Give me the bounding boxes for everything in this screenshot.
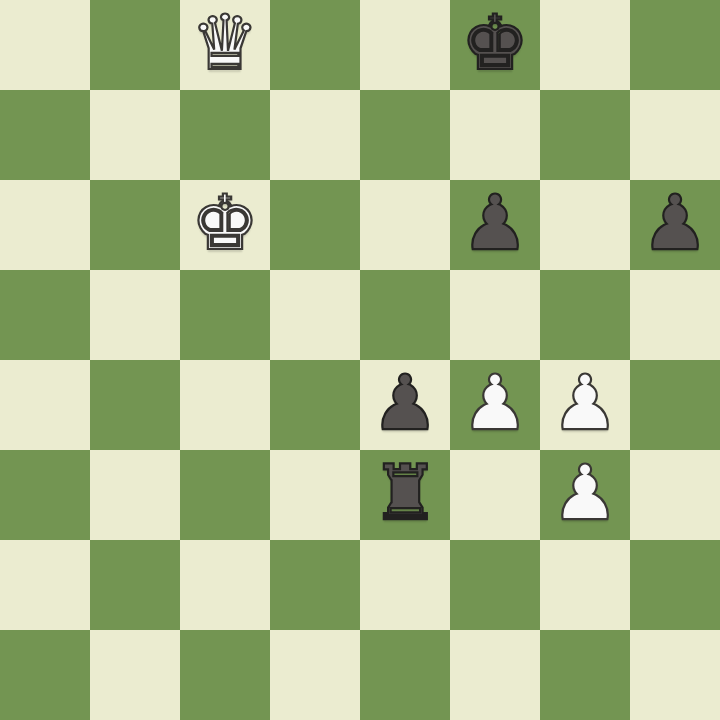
black-rook[interactable]: ♜ (371, 448, 439, 538)
square-d6[interactable] (270, 180, 360, 270)
square-g7[interactable] (540, 90, 630, 180)
square-b7[interactable] (90, 90, 180, 180)
square-f7[interactable] (450, 90, 540, 180)
square-g1[interactable] (540, 630, 630, 720)
square-h8[interactable] (630, 0, 720, 90)
square-c3[interactable] (180, 450, 270, 540)
square-h3[interactable] (630, 450, 720, 540)
white-queen[interactable]: ♛ (191, 0, 259, 88)
square-h4[interactable] (630, 360, 720, 450)
square-a7[interactable] (0, 90, 90, 180)
square-f4[interactable]: ♟ (450, 360, 540, 450)
black-king[interactable]: ♚ (461, 0, 529, 88)
square-e7[interactable] (360, 90, 450, 180)
square-f2[interactable] (450, 540, 540, 630)
square-f5[interactable] (450, 270, 540, 360)
black-pawn-h6[interactable]: ♟ (641, 178, 709, 268)
square-f6[interactable]: ♟ (450, 180, 540, 270)
square-c1[interactable] (180, 630, 270, 720)
white-king[interactable]: ♚ (191, 178, 259, 268)
square-a4[interactable] (0, 360, 90, 450)
square-e6[interactable] (360, 180, 450, 270)
square-e2[interactable] (360, 540, 450, 630)
square-g5[interactable] (540, 270, 630, 360)
white-pawn-f4[interactable]: ♟ (461, 358, 529, 448)
square-g8[interactable] (540, 0, 630, 90)
square-d3[interactable] (270, 450, 360, 540)
square-f3[interactable] (450, 450, 540, 540)
square-a3[interactable] (0, 450, 90, 540)
square-c7[interactable] (180, 90, 270, 180)
square-c4[interactable] (180, 360, 270, 450)
square-e3[interactable]: ♜ (360, 450, 450, 540)
square-b5[interactable] (90, 270, 180, 360)
square-e8[interactable] (360, 0, 450, 90)
white-pawn-g4[interactable]: ♟ (551, 358, 619, 448)
square-f1[interactable] (450, 630, 540, 720)
white-pawn-g3[interactable]: ♟ (551, 448, 619, 538)
square-b2[interactable] (90, 540, 180, 630)
square-b4[interactable] (90, 360, 180, 450)
square-d8[interactable] (270, 0, 360, 90)
square-h5[interactable] (630, 270, 720, 360)
square-d2[interactable] (270, 540, 360, 630)
black-pawn-e4[interactable]: ♟ (371, 358, 439, 448)
square-b8[interactable] (90, 0, 180, 90)
square-b6[interactable] (90, 180, 180, 270)
chess-board: ♛♚♚♟♟♟♟♟♜♟ (0, 0, 720, 720)
black-pawn-f6[interactable]: ♟ (461, 178, 529, 268)
square-g2[interactable] (540, 540, 630, 630)
square-a8[interactable] (0, 0, 90, 90)
square-c6[interactable]: ♚ (180, 180, 270, 270)
square-c8[interactable]: ♛ (180, 0, 270, 90)
square-a5[interactable] (0, 270, 90, 360)
square-d1[interactable] (270, 630, 360, 720)
square-g6[interactable] (540, 180, 630, 270)
square-b1[interactable] (90, 630, 180, 720)
square-h6[interactable]: ♟ (630, 180, 720, 270)
square-e5[interactable] (360, 270, 450, 360)
square-g4[interactable]: ♟ (540, 360, 630, 450)
square-h2[interactable] (630, 540, 720, 630)
square-d7[interactable] (270, 90, 360, 180)
square-b3[interactable] (90, 450, 180, 540)
square-h7[interactable] (630, 90, 720, 180)
square-f8[interactable]: ♚ (450, 0, 540, 90)
square-d4[interactable] (270, 360, 360, 450)
square-h1[interactable] (630, 630, 720, 720)
square-c2[interactable] (180, 540, 270, 630)
square-a1[interactable] (0, 630, 90, 720)
square-e1[interactable] (360, 630, 450, 720)
square-g3[interactable]: ♟ (540, 450, 630, 540)
square-a2[interactable] (0, 540, 90, 630)
square-a6[interactable] (0, 180, 90, 270)
square-e4[interactable]: ♟ (360, 360, 450, 450)
square-c5[interactable] (180, 270, 270, 360)
square-d5[interactable] (270, 270, 360, 360)
